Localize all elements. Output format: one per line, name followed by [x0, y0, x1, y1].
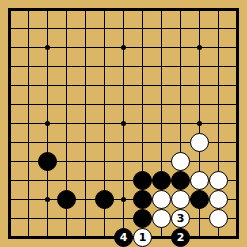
stone-white [190, 171, 209, 190]
stone-black [190, 190, 209, 209]
stone-white [209, 209, 228, 228]
stone-white [209, 171, 228, 190]
stone-white [190, 133, 209, 152]
move-stone-1-white: 1 [133, 228, 152, 247]
stone-white [152, 190, 171, 209]
move-stone-4-black: 4 [114, 228, 133, 247]
go-board: 3412 [0, 0, 247, 247]
stone-black [133, 171, 152, 190]
stone-black [38, 152, 57, 171]
stone-black [133, 190, 152, 209]
stone-white [152, 209, 171, 228]
stone-white [171, 190, 190, 209]
stone-black [133, 209, 152, 228]
stones-layer: 3412 [0, 0, 247, 247]
stone-black [171, 171, 190, 190]
move-stone-3-white: 3 [171, 209, 190, 228]
move-stone-2-black: 2 [171, 228, 190, 247]
stone-white [209, 190, 228, 209]
stone-black [57, 190, 76, 209]
stone-black [95, 190, 114, 209]
stone-white [171, 152, 190, 171]
stone-black [152, 171, 171, 190]
